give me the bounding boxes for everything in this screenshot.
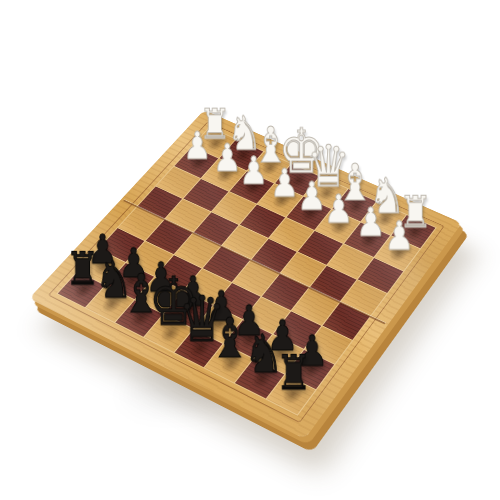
white-pawn-glyph: ♟ [213,139,242,177]
white-pawn-glyph: ♟ [356,202,386,242]
white-pawn-glyph: ♟ [297,176,326,215]
white-pawn-glyph: ♟ [239,151,268,189]
white-pawn-glyph: ♟ [324,189,354,228]
black-rook-glyph: ♜ [275,349,311,397]
white-pawn-glyph: ♟ [183,127,212,165]
product-photo: ♜♟♟♜♞♟♟♞♝♟♟♝♚♟♟♚♛♟♟♛♝♟♟♝♞♟♟♞♜♟♟♜ [0,0,500,500]
white-pawn-glyph: ♟ [384,216,414,256]
white-pawn-glyph: ♟ [270,164,299,203]
square-c4 [280,252,326,287]
